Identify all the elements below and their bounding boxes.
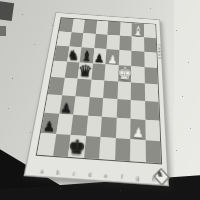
square-e2	[100, 117, 116, 138]
square-b5	[64, 62, 79, 79]
square-e3	[102, 98, 117, 118]
square-e1	[99, 137, 115, 160]
square-e8	[107, 21, 120, 35]
square-g7	[131, 36, 143, 51]
background-shadow-top-left	[0, 1, 14, 21]
square-d8	[95, 20, 108, 34]
square-g2: ♟	[130, 119, 145, 140]
square-f3	[116, 99, 131, 119]
board-grid: ♝♞♝♟♟♛♚♟♟♟♚	[36, 17, 162, 164]
square-c2	[71, 115, 88, 136]
background-mark	[0, 26, 6, 36]
file-label-f: f	[114, 173, 130, 180]
chess-board: ♝♞♝♟♟♛♚♟♟♟♚ abcdefgh CHESS ♞	[24, 12, 169, 186]
white-pawn-g2: ♟	[132, 126, 145, 140]
square-e6: ♟	[105, 49, 119, 65]
square-g3	[131, 100, 145, 120]
square-f4	[117, 82, 131, 100]
square-d1	[83, 136, 100, 159]
knight-logo-icon: ♞	[153, 169, 167, 180]
black-bishop-c6: ♝	[80, 49, 93, 63]
square-f1	[114, 138, 130, 161]
square-d7	[94, 34, 107, 49]
square-a1	[37, 133, 56, 156]
square-f2	[115, 118, 130, 139]
square-h4	[144, 83, 158, 102]
maker-logo: ♞	[153, 168, 168, 184]
square-g5	[131, 66, 144, 83]
square-d2	[86, 116, 102, 137]
square-h6	[144, 52, 157, 68]
chessboard-photo: ♝♞♝♟♟♛♚♟♟♟♚ abcdefgh CHESS ♞	[0, 0, 200, 200]
file-label-a: a	[34, 168, 51, 175]
square-f7	[119, 36, 132, 51]
square-f6	[118, 50, 131, 66]
white-pawn-e6: ♟	[107, 53, 118, 65]
square-g4	[131, 82, 145, 101]
square-g6	[131, 51, 144, 67]
square-d5	[91, 63, 105, 80]
black-queen-c5: ♛	[77, 63, 92, 80]
square-f5: ♚	[118, 65, 132, 82]
square-f8	[120, 22, 132, 36]
square-d6: ♟	[93, 48, 107, 64]
square-c4	[75, 79, 90, 97]
square-h3	[145, 101, 160, 121]
square-h5	[144, 67, 158, 84]
board-edge-text: CHESS	[157, 44, 162, 60]
square-g1	[130, 139, 145, 162]
square-g8: ♝	[132, 23, 144, 37]
square-d4	[89, 80, 104, 98]
square-e7	[106, 35, 119, 50]
square-h8	[143, 24, 155, 38]
square-h2	[145, 120, 160, 141]
dust-speckles	[0, 0, 1, 1]
file-label-d: d	[82, 171, 98, 178]
square-h7	[144, 37, 157, 52]
file-label-e: e	[98, 172, 114, 179]
black-pawn-d6: ♟	[94, 52, 105, 64]
square-e4	[103, 81, 118, 99]
file-label-c: c	[66, 170, 83, 177]
square-a5	[51, 61, 67, 78]
logo-diamond	[153, 168, 170, 186]
black-knight-b6: ♞	[67, 48, 80, 62]
square-e5	[104, 64, 118, 81]
file-label-b: b	[50, 169, 67, 176]
square-h1	[145, 140, 161, 163]
black-pawn-a2: ♟	[42, 120, 55, 134]
file-label-g: g	[130, 175, 146, 182]
square-d3	[88, 97, 104, 117]
square-a6	[54, 46, 69, 62]
black-pawn-b3: ♟	[60, 101, 72, 115]
table-surface	[174, 0, 200, 200]
white-bishop-g8: ♝	[132, 24, 144, 37]
